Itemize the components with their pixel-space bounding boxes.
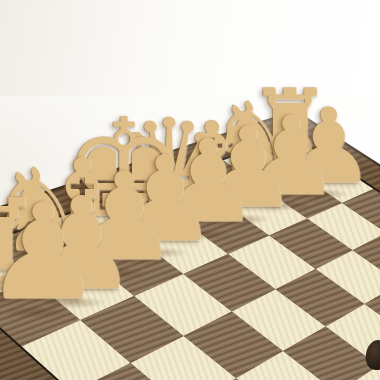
chess-photo-stage: ♜♞♟♝♟♛♟♚♟♝♟♞♟♜♟♟ (0, 0, 380, 380)
pieces-layer: ♜♞♟♝♟♛♟♚♟♝♟♞♟♜♟♟ (0, 0, 380, 380)
white-pawn-1[interactable]: ♟ (0, 186, 102, 319)
